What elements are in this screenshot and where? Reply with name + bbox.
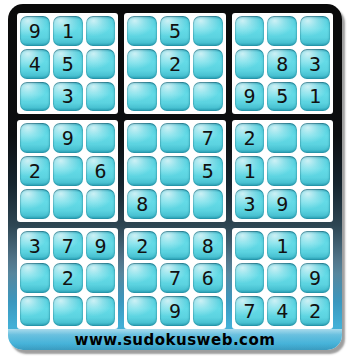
cell-r6c4[interactable]: 8 [127,189,157,219]
cell-r6c6[interactable] [193,189,223,219]
cell-r7c9[interactable] [300,231,330,261]
cell-r9c6[interactable] [193,296,223,326]
cell-r9c1[interactable] [20,296,50,326]
cell-r5c3[interactable]: 6 [86,156,116,186]
cell-r1c7[interactable] [235,16,265,46]
sudoku-box-4: 926 [17,120,118,221]
cell-r7c4[interactable]: 2 [127,231,157,261]
cell-r5c2[interactable] [53,156,83,186]
cell-r6c3[interactable] [86,189,116,219]
cell-r4c2[interactable]: 9 [53,123,83,153]
cell-r8c5[interactable]: 7 [160,263,190,293]
cell-r1c2[interactable]: 1 [53,16,83,46]
footer-bar: www.sudokusweb.com [8,329,342,350]
cell-r9c4[interactable] [127,296,157,326]
sudoku-box-3: 83951 [232,13,333,114]
cell-r3c2[interactable]: 3 [53,82,83,112]
cell-r5c1[interactable]: 2 [20,156,50,186]
cell-r8c3[interactable] [86,263,116,293]
cell-r3c5[interactable] [160,82,190,112]
cell-r8c6[interactable]: 6 [193,263,223,293]
cell-r6c7[interactable]: 3 [235,189,265,219]
sudoku-box-9: 19742 [232,228,333,329]
cell-r7c6[interactable]: 8 [193,231,223,261]
cell-r2c1[interactable]: 4 [20,49,50,79]
cell-r4c4[interactable] [127,123,157,153]
cell-r4c3[interactable] [86,123,116,153]
cell-r5c9[interactable] [300,156,330,186]
cell-r8c7[interactable] [235,263,265,293]
website-url[interactable]: www.sudokusweb.com [75,331,276,349]
cell-r4c6[interactable]: 7 [193,123,223,153]
cell-r8c9[interactable]: 9 [300,263,330,293]
cell-r4c8[interactable] [267,123,297,153]
cell-r4c9[interactable] [300,123,330,153]
cell-r4c5[interactable] [160,123,190,153]
cell-r8c8[interactable] [267,263,297,293]
cell-r2c9[interactable]: 3 [300,49,330,79]
cell-r2c5[interactable]: 2 [160,49,190,79]
cell-r5c8[interactable] [267,156,297,186]
cell-r7c1[interactable]: 3 [20,231,50,261]
cell-r3c8[interactable]: 5 [267,82,297,112]
cell-r3c3[interactable] [86,82,116,112]
cell-r7c2[interactable]: 7 [53,231,83,261]
cell-r1c1[interactable]: 9 [20,16,50,46]
cell-r1c8[interactable] [267,16,297,46]
cell-r2c4[interactable] [127,49,157,79]
cell-r8c4[interactable] [127,263,157,293]
cell-r9c9[interactable]: 2 [300,296,330,326]
cell-r8c2[interactable]: 2 [53,263,83,293]
cell-r9c2[interactable] [53,296,83,326]
sudoku-box-2: 52 [124,13,225,114]
sudoku-box-1: 91453 [17,13,118,114]
cell-r2c2[interactable]: 5 [53,49,83,79]
sudoku-box-6: 2139 [232,120,333,221]
cell-r1c9[interactable] [300,16,330,46]
sudoku-box-5: 758 [124,120,225,221]
cell-r5c5[interactable] [160,156,190,186]
cell-r6c2[interactable] [53,189,83,219]
cell-r1c3[interactable] [86,16,116,46]
cell-r5c7[interactable]: 1 [235,156,265,186]
cell-r4c7[interactable]: 2 [235,123,265,153]
cell-r5c4[interactable] [127,156,157,186]
cell-r2c8[interactable]: 8 [267,49,297,79]
cell-r9c3[interactable] [86,296,116,326]
cell-r3c7[interactable]: 9 [235,82,265,112]
cell-r3c1[interactable] [20,82,50,112]
cell-r1c6[interactable] [193,16,223,46]
cell-r8c1[interactable] [20,263,50,293]
cell-r7c3[interactable]: 9 [86,231,116,261]
cell-r6c8[interactable]: 9 [267,189,297,219]
cell-r3c6[interactable] [193,82,223,112]
cell-r6c5[interactable] [160,189,190,219]
cell-r2c6[interactable] [193,49,223,79]
sudoku-grid: 914535283951926758213937922876919742 [17,13,333,329]
cell-r6c1[interactable] [20,189,50,219]
cell-r2c7[interactable] [235,49,265,79]
sudoku-box-8: 28769 [124,228,225,329]
cell-r1c5[interactable]: 5 [160,16,190,46]
cell-r2c3[interactable] [86,49,116,79]
cell-r3c9[interactable]: 1 [300,82,330,112]
cell-r7c8[interactable]: 1 [267,231,297,261]
cell-r6c9[interactable] [300,189,330,219]
cell-r5c6[interactable]: 5 [193,156,223,186]
cell-r9c5[interactable]: 9 [160,296,190,326]
cell-r4c1[interactable] [20,123,50,153]
page: 914535283951926758213937922876919742 www… [0,0,350,360]
sudoku-board: 914535283951926758213937922876919742 www… [8,4,342,350]
cell-r3c4[interactable] [127,82,157,112]
cell-r7c7[interactable] [235,231,265,261]
cell-r9c8[interactable]: 4 [267,296,297,326]
cell-r7c5[interactable] [160,231,190,261]
cell-r1c4[interactable] [127,16,157,46]
cell-r9c7[interactable]: 7 [235,296,265,326]
sudoku-box-7: 3792 [17,228,118,329]
